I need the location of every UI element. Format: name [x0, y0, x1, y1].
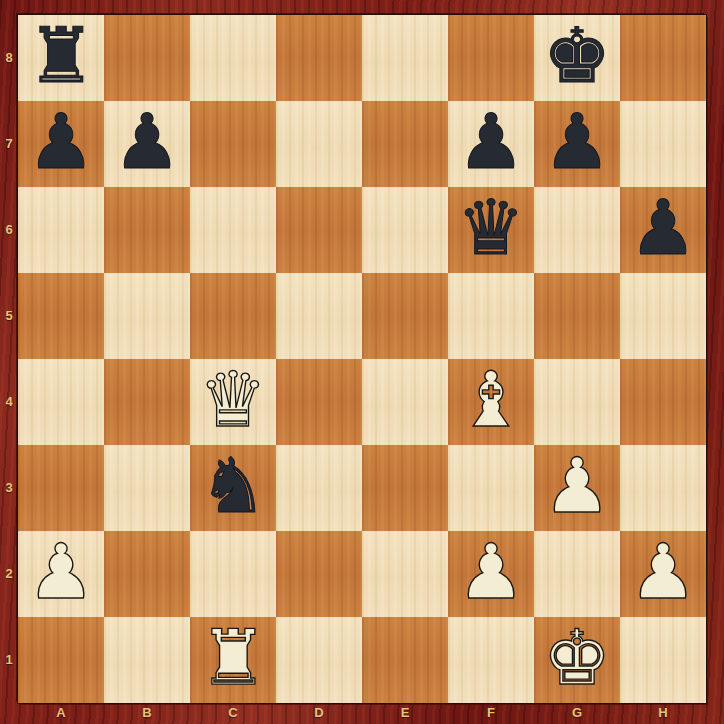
black-pawn-g7[interactable]: ♟: [543, 99, 611, 185]
white-king-g1[interactable]: ♚: [543, 615, 611, 701]
square-c7[interactable]: [190, 101, 276, 187]
square-e6[interactable]: [362, 187, 448, 273]
square-d1[interactable]: [276, 617, 362, 703]
square-g6[interactable]: [534, 187, 620, 273]
square-c6[interactable]: [190, 187, 276, 273]
black-knight-c3[interactable]: ♞: [199, 443, 267, 529]
square-e4[interactable]: [362, 359, 448, 445]
square-f2[interactable]: ♟: [448, 531, 534, 617]
rank-label-2: 2: [0, 531, 18, 617]
white-pawn-a2[interactable]: ♟: [27, 529, 95, 615]
white-queen-c4[interactable]: ♛: [199, 357, 267, 443]
square-g8[interactable]: ♚: [534, 15, 620, 101]
white-pawn-f2[interactable]: ♟: [457, 529, 525, 615]
square-e8[interactable]: [362, 15, 448, 101]
square-b5[interactable]: [104, 273, 190, 359]
square-a4[interactable]: [18, 359, 104, 445]
square-d5[interactable]: [276, 273, 362, 359]
white-pawn-g3[interactable]: ♟: [543, 443, 611, 529]
square-h5[interactable]: [620, 273, 706, 359]
black-pawn-a7[interactable]: ♟: [27, 99, 95, 185]
square-f3[interactable]: [448, 445, 534, 531]
rank-label-6: 6: [0, 187, 18, 273]
black-king-g8[interactable]: ♚: [543, 13, 611, 99]
square-h2[interactable]: ♟: [620, 531, 706, 617]
square-e1[interactable]: [362, 617, 448, 703]
square-b8[interactable]: [104, 15, 190, 101]
black-pawn-f7[interactable]: ♟: [457, 99, 525, 185]
file-label-a: A: [18, 703, 104, 724]
square-f1[interactable]: [448, 617, 534, 703]
square-e7[interactable]: [362, 101, 448, 187]
square-b3[interactable]: [104, 445, 190, 531]
square-d2[interactable]: [276, 531, 362, 617]
file-label-e: E: [362, 703, 448, 724]
square-d3[interactable]: [276, 445, 362, 531]
square-a6[interactable]: [18, 187, 104, 273]
square-a8[interactable]: ♜: [18, 15, 104, 101]
square-d8[interactable]: [276, 15, 362, 101]
square-b7[interactable]: ♟: [104, 101, 190, 187]
square-h7[interactable]: [620, 101, 706, 187]
square-e3[interactable]: [362, 445, 448, 531]
file-label-d: D: [276, 703, 362, 724]
rank-label-7: 7: [0, 101, 18, 187]
square-c2[interactable]: [190, 531, 276, 617]
square-g4[interactable]: [534, 359, 620, 445]
square-d4[interactable]: [276, 359, 362, 445]
square-f7[interactable]: ♟: [448, 101, 534, 187]
black-pawn-h6[interactable]: ♟: [629, 185, 697, 271]
square-a5[interactable]: [18, 273, 104, 359]
rank-label-8: 8: [0, 15, 18, 101]
square-a7[interactable]: ♟: [18, 101, 104, 187]
square-c5[interactable]: [190, 273, 276, 359]
white-pawn-h2[interactable]: ♟: [629, 529, 697, 615]
square-b1[interactable]: [104, 617, 190, 703]
white-bishop-f4[interactable]: ♝: [457, 357, 525, 443]
square-g5[interactable]: [534, 273, 620, 359]
black-pawn-b7[interactable]: ♟: [113, 99, 181, 185]
square-h3[interactable]: [620, 445, 706, 531]
square-a3[interactable]: [18, 445, 104, 531]
chess-board: ♜♚♟♟♟♟♛♟♛♝♞♟♟♟♟♜♚: [18, 15, 706, 703]
square-g7[interactable]: ♟: [534, 101, 620, 187]
square-h6[interactable]: ♟: [620, 187, 706, 273]
rank-label-1: 1: [0, 617, 18, 703]
rank-label-3: 3: [0, 445, 18, 531]
square-f4[interactable]: ♝: [448, 359, 534, 445]
square-h8[interactable]: [620, 15, 706, 101]
square-a2[interactable]: ♟: [18, 531, 104, 617]
chess-board-window: ♜♚♟♟♟♟♛♟♛♝♞♟♟♟♟♜♚ 87654321 ABCDEFGH: [0, 0, 724, 724]
square-e2[interactable]: [362, 531, 448, 617]
rank-label-4: 4: [0, 359, 18, 445]
square-c8[interactable]: [190, 15, 276, 101]
black-queen-f6[interactable]: ♛: [457, 185, 525, 271]
square-g2[interactable]: [534, 531, 620, 617]
square-c3[interactable]: ♞: [190, 445, 276, 531]
file-label-h: H: [620, 703, 706, 724]
square-b4[interactable]: [104, 359, 190, 445]
square-c4[interactable]: ♛: [190, 359, 276, 445]
white-rook-c1[interactable]: ♜: [199, 615, 267, 701]
file-label-c: C: [190, 703, 276, 724]
file-label-g: G: [534, 703, 620, 724]
file-label-f: F: [448, 703, 534, 724]
square-f5[interactable]: [448, 273, 534, 359]
square-h1[interactable]: [620, 617, 706, 703]
square-c1[interactable]: ♜: [190, 617, 276, 703]
square-d6[interactable]: [276, 187, 362, 273]
square-a1[interactable]: [18, 617, 104, 703]
square-h4[interactable]: [620, 359, 706, 445]
file-label-b: B: [104, 703, 190, 724]
square-d7[interactable]: [276, 101, 362, 187]
square-b6[interactable]: [104, 187, 190, 273]
black-rook-a8[interactable]: ♜: [27, 13, 95, 99]
square-g1[interactable]: ♚: [534, 617, 620, 703]
square-e5[interactable]: [362, 273, 448, 359]
square-f8[interactable]: [448, 15, 534, 101]
square-b2[interactable]: [104, 531, 190, 617]
square-f6[interactable]: ♛: [448, 187, 534, 273]
rank-label-5: 5: [0, 273, 18, 359]
square-g3[interactable]: ♟: [534, 445, 620, 531]
